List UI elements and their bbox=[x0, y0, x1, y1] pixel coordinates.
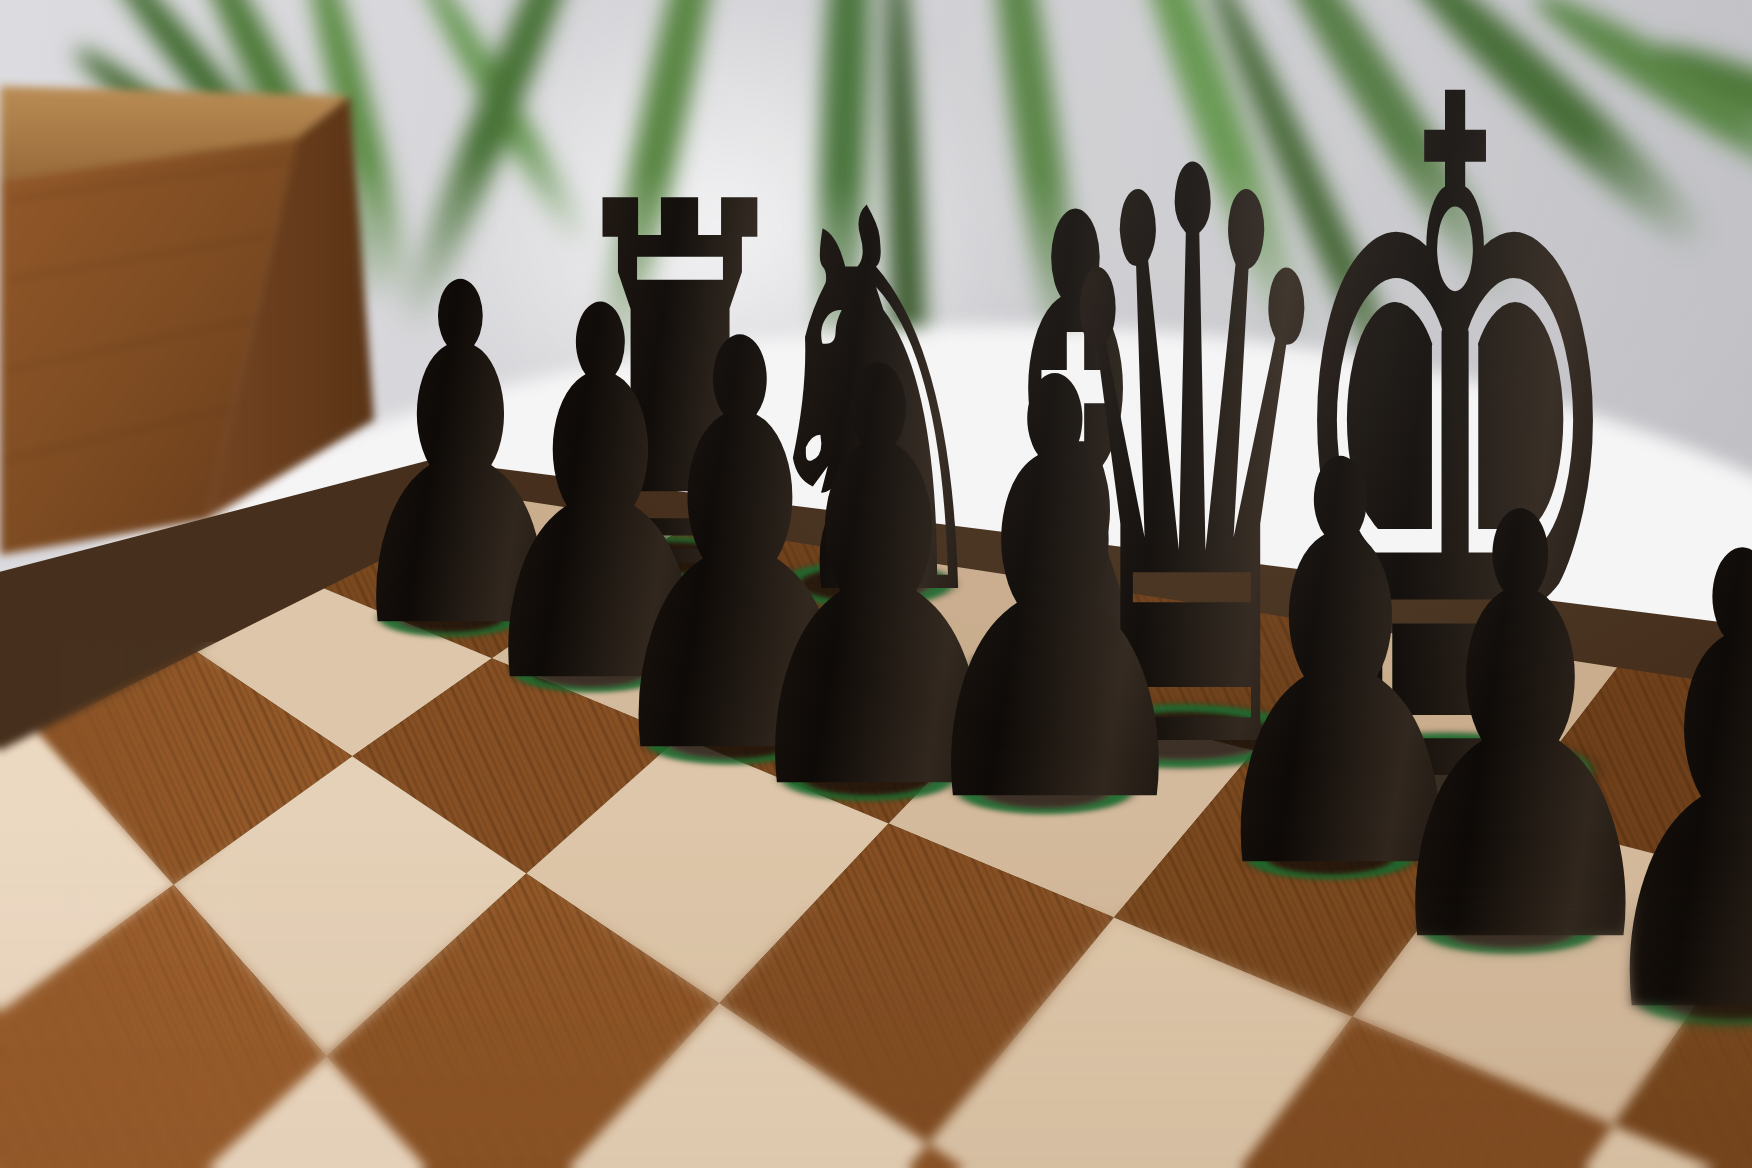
depth-of-field-blur-left bbox=[0, 642, 245, 1168]
chess-set-product-photo: ♜♞♟♝♟♛♟♚♟♟♟♟♟ bbox=[0, 0, 1752, 1168]
depth-of-field-blur-bottom bbox=[0, 888, 1752, 1168]
